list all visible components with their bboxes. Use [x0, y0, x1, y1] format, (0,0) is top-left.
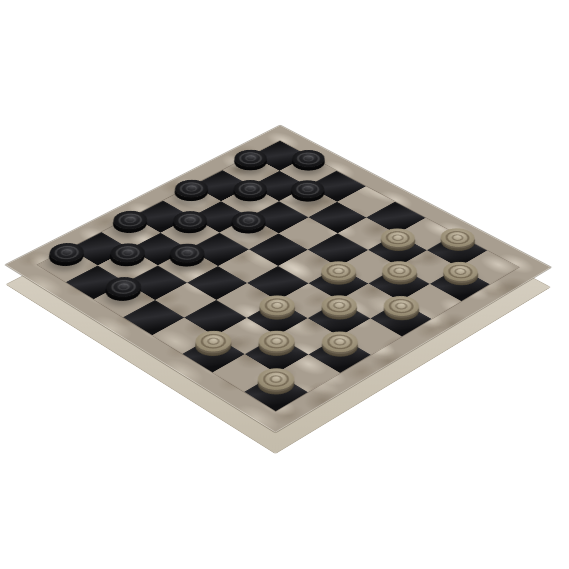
grey-checker-piece: [434, 225, 482, 251]
board-scene: [0, 0, 569, 569]
product-photo: [0, 0, 569, 569]
checkers-board: [5, 125, 551, 432]
square-r8c1: [38, 248, 98, 282]
board-top-surface: [5, 125, 551, 432]
board-grid: [38, 141, 519, 411]
grey-checker-piece: [250, 364, 302, 395]
black-checker-piece: [43, 239, 91, 266]
black-checker-piece: [103, 240, 151, 267]
black-checker-piece: [99, 273, 148, 301]
